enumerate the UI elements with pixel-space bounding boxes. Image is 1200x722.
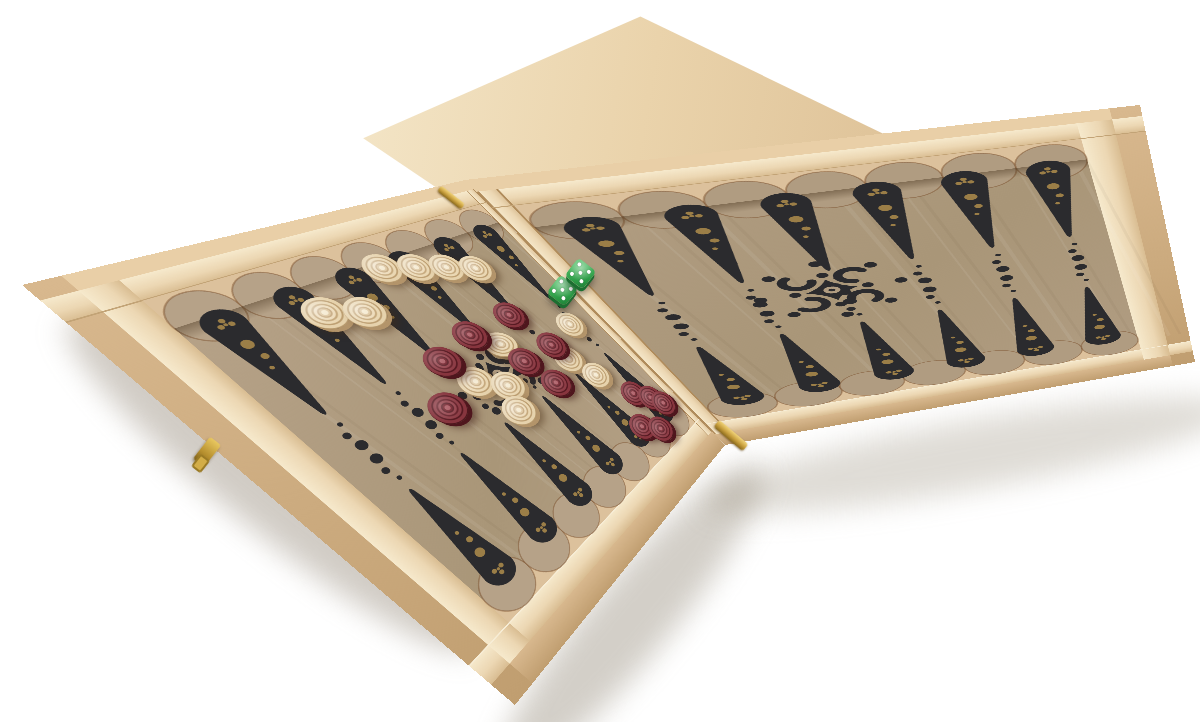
cream-checker[interactable] <box>333 292 396 333</box>
red-checker[interactable] <box>486 298 532 333</box>
die-pip <box>559 279 565 285</box>
die-pip <box>569 271 575 277</box>
backgammon-set-photo <box>0 0 1200 722</box>
die-pip <box>586 269 592 275</box>
die-pip <box>561 295 567 301</box>
die-pip <box>568 286 574 292</box>
die-pip <box>579 278 585 284</box>
die-pip <box>560 287 566 293</box>
die-pip <box>578 270 584 276</box>
die-pip <box>551 288 557 294</box>
die-pip <box>577 262 583 268</box>
